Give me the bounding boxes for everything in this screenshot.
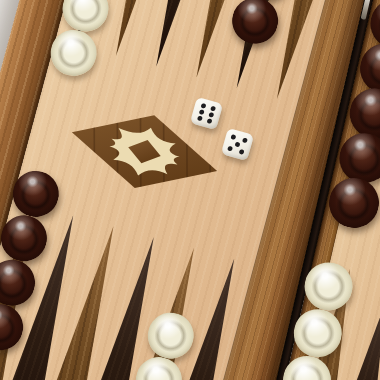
checker-white-left-top-1-4[interactable] [45,25,101,81]
checker-dark-left-bottom-1-3[interactable] [0,255,40,311]
backgammon-scene [0,0,380,380]
checker-dark-left-bottom-1-2[interactable] [0,210,52,266]
checker-dark-left-bottom-1-1[interactable] [8,166,64,222]
checker-dark-left-top-5-3[interactable] [226,0,282,49]
checker-dark-left-bottom-1-4[interactable] [0,299,28,355]
checker-white-left-bottom-5-1[interactable] [142,307,198,363]
checker-white-right-bottom-1-2[interactable] [289,304,347,362]
checker-white-right-bottom-1-1[interactable] [300,258,358,316]
